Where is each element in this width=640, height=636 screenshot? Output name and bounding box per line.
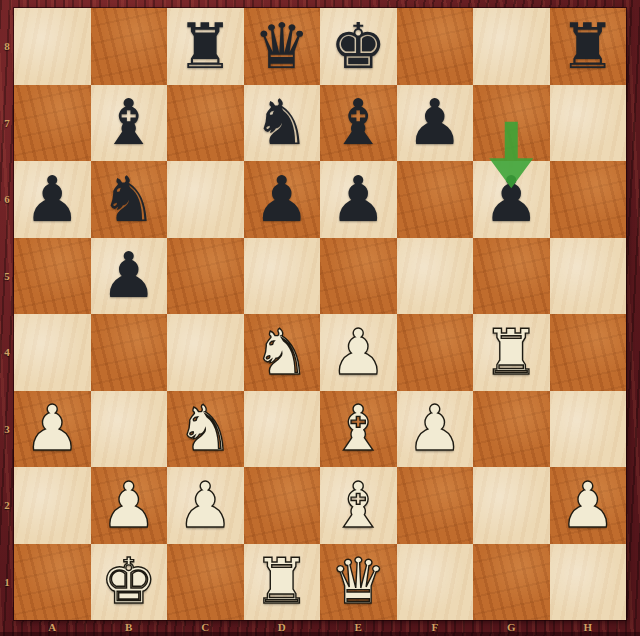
piece-black-knight-b6[interactable]: ♞ [101,168,157,231]
square-h3[interactable] [550,391,627,468]
rank-label-5: 5 [0,238,14,315]
square-b1[interactable]: ♚ [91,544,168,621]
square-e2[interactable]: ♝ [320,467,397,544]
piece-white-pawn-b2[interactable]: ♟ [101,474,157,537]
rank-label-1: 1 [0,544,14,621]
piece-black-pawn-e6[interactable]: ♟ [330,168,386,231]
square-a4[interactable] [14,314,91,391]
board-frame: ♜♛♚♜♝♞♝♟♟♞♟♟♟♟♞♟♜♟♞♝♟♟♟♝♟♚♜♛ 87654321ABC… [0,0,640,636]
piece-white-knight-d4[interactable]: ♞ [254,321,310,384]
square-a6[interactable]: ♟ [14,161,91,238]
square-a5[interactable] [14,238,91,315]
piece-white-rook-d1[interactable]: ♜ [254,550,310,613]
square-d1[interactable]: ♜ [244,544,321,621]
file-label-h: H [550,620,627,634]
piece-white-pawn-e4[interactable]: ♟ [330,321,386,384]
square-e3[interactable]: ♝ [320,391,397,468]
square-e6[interactable]: ♟ [320,161,397,238]
square-g3[interactable] [473,391,550,468]
square-f5[interactable] [397,238,474,315]
square-g5[interactable] [473,238,550,315]
square-f3[interactable]: ♟ [397,391,474,468]
piece-black-pawn-g6[interactable]: ♟ [483,168,539,231]
piece-black-knight-d7[interactable]: ♞ [254,91,310,154]
square-h2[interactable]: ♟ [550,467,627,544]
rank-label-6: 6 [0,161,14,238]
piece-white-bishop-e2[interactable]: ♝ [330,474,386,537]
square-e8[interactable]: ♚ [320,8,397,85]
chess-board: ♜♛♚♜♝♞♝♟♟♞♟♟♟♟♞♟♜♟♞♝♟♟♟♝♟♚♜♛ [14,8,626,620]
piece-black-pawn-f7[interactable]: ♟ [407,91,463,154]
piece-black-bishop-e7[interactable]: ♝ [330,91,386,154]
rank-label-3: 3 [0,391,14,468]
piece-white-king-b1[interactable]: ♚ [101,550,157,613]
square-d7[interactable]: ♞ [244,85,321,162]
square-b6[interactable]: ♞ [91,161,168,238]
square-g7[interactable] [473,85,550,162]
file-label-c: C [167,620,244,634]
square-a3[interactable]: ♟ [14,391,91,468]
rank-label-2: 2 [0,467,14,544]
rank-label-4: 4 [0,314,14,391]
file-label-a: A [14,620,91,634]
square-b7[interactable]: ♝ [91,85,168,162]
square-c5[interactable] [167,238,244,315]
square-e1[interactable]: ♛ [320,544,397,621]
square-a8[interactable] [14,8,91,85]
piece-white-bishop-e3[interactable]: ♝ [330,397,386,460]
piece-black-pawn-a6[interactable]: ♟ [24,168,80,231]
square-e5[interactable] [320,238,397,315]
square-g2[interactable] [473,467,550,544]
file-label-e: E [320,620,397,634]
square-g6[interactable]: ♟ [473,161,550,238]
piece-white-knight-c3[interactable]: ♞ [177,397,233,460]
square-d4[interactable]: ♞ [244,314,321,391]
square-b5[interactable]: ♟ [91,238,168,315]
file-label-d: D [244,620,321,634]
square-f6[interactable] [397,161,474,238]
square-f8[interactable] [397,8,474,85]
piece-white-queen-e1[interactable]: ♛ [330,550,386,613]
square-f4[interactable] [397,314,474,391]
piece-black-rook-h8[interactable]: ♜ [560,15,616,78]
square-g1[interactable] [473,544,550,621]
piece-black-king-e8[interactable]: ♚ [330,15,386,78]
piece-white-pawn-a3[interactable]: ♟ [24,397,80,460]
square-c3[interactable]: ♞ [167,391,244,468]
square-c1[interactable] [167,544,244,621]
square-c6[interactable] [167,161,244,238]
square-c4[interactable] [167,314,244,391]
square-b3[interactable] [91,391,168,468]
square-a7[interactable] [14,85,91,162]
piece-white-rook-g4[interactable]: ♜ [483,321,539,384]
square-c2[interactable]: ♟ [167,467,244,544]
square-c7[interactable] [167,85,244,162]
piece-black-bishop-b7[interactable]: ♝ [101,91,157,154]
piece-white-pawn-h2[interactable]: ♟ [560,474,616,537]
piece-white-pawn-c2[interactable]: ♟ [177,474,233,537]
square-f7[interactable]: ♟ [397,85,474,162]
square-b8[interactable] [91,8,168,85]
square-g4[interactable]: ♜ [473,314,550,391]
file-label-g: G [473,620,550,634]
square-d3[interactable] [244,391,321,468]
piece-black-pawn-d6[interactable]: ♟ [254,168,310,231]
square-b4[interactable] [91,314,168,391]
square-d6[interactable]: ♟ [244,161,321,238]
square-c8[interactable]: ♜ [167,8,244,85]
square-h5[interactable] [550,238,627,315]
piece-white-pawn-f3[interactable]: ♟ [407,397,463,460]
square-e7[interactable]: ♝ [320,85,397,162]
file-label-b: B [91,620,168,634]
square-b2[interactable]: ♟ [91,467,168,544]
file-label-f: F [397,620,474,634]
square-a2[interactable] [14,467,91,544]
rank-label-7: 7 [0,85,14,162]
square-h4[interactable] [550,314,627,391]
square-d2[interactable] [244,467,321,544]
piece-black-rook-c8[interactable]: ♜ [177,15,233,78]
square-g8[interactable] [473,8,550,85]
square-a1[interactable] [14,544,91,621]
square-e4[interactable]: ♟ [320,314,397,391]
square-h7[interactable] [550,85,627,162]
square-f2[interactable] [397,467,474,544]
square-f1[interactable] [397,544,474,621]
piece-black-pawn-b5[interactable]: ♟ [101,244,157,307]
square-h1[interactable] [550,544,627,621]
rank-label-8: 8 [0,8,14,85]
piece-black-queen-d8[interactable]: ♛ [254,15,310,78]
square-h8[interactable]: ♜ [550,8,627,85]
square-d5[interactable] [244,238,321,315]
square-d8[interactable]: ♛ [244,8,321,85]
square-h6[interactable] [550,161,627,238]
